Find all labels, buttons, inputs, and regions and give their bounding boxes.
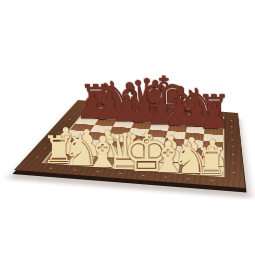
piece-white-rook[interactable]: ♜ bbox=[195, 143, 229, 181]
coordinate-dot bbox=[231, 139, 233, 140]
coordinate-dot bbox=[231, 132, 233, 133]
chess-set-photo: ♜♞♝♛♚♝♞♜♟♟♟♟♟♟♟♟♟♟♟♟♟♟♟♟♜♞♝♛♚♝♞♜ bbox=[0, 0, 255, 255]
coordinate-dot bbox=[232, 163, 234, 164]
piece-black-pawn[interactable]: ♟ bbox=[198, 98, 230, 134]
coordinate-dot bbox=[232, 172, 234, 173]
coordinate-dot bbox=[36, 156, 39, 157]
coordinate-dot bbox=[231, 146, 233, 147]
coordinate-dot bbox=[232, 154, 234, 155]
